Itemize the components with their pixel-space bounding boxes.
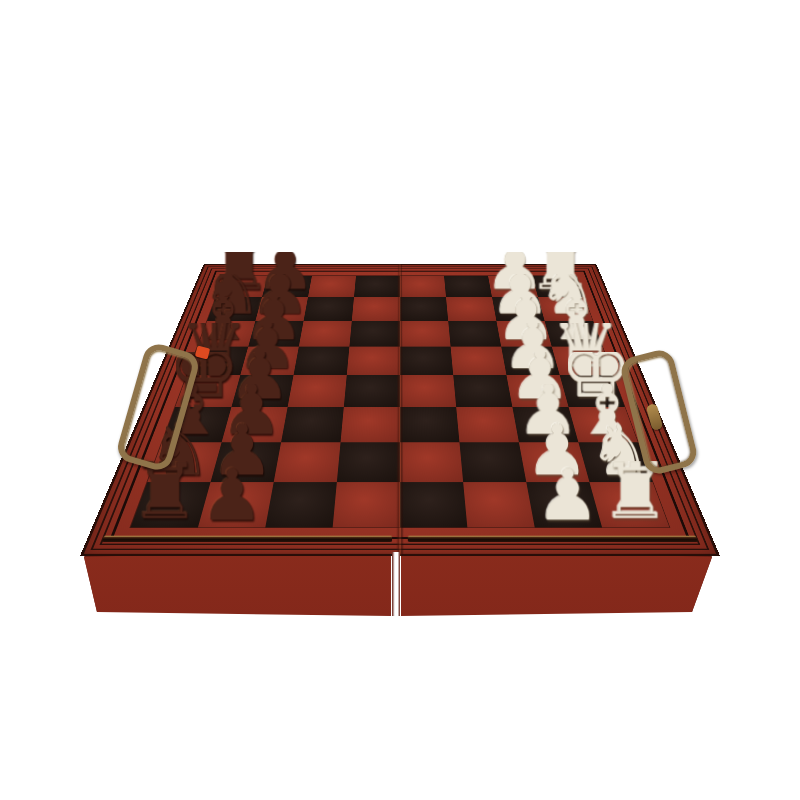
chess-set-photo[interactable]: ♜♞♝♛♚♝♞♜♟♟♟♟♟♟♟♟♟♟♟♟♟♟♟♟♜♞♝♛♚♝♞♜	[0, 0, 800, 800]
chess-piece-black-p: ♟	[198, 461, 265, 528]
box-front-center-gap	[392, 552, 400, 616]
chess-piece-white-p: ♟	[534, 461, 601, 528]
chess-piece-black-r: ♜	[131, 461, 198, 528]
